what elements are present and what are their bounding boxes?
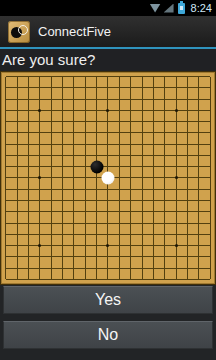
- intersection[interactable]: [11, 251, 22, 262]
- intersection[interactable]: [114, 172, 125, 183]
- intersection[interactable]: [193, 116, 204, 127]
- intersection[interactable]: [0, 172, 11, 183]
- intersection[interactable]: [136, 127, 147, 138]
- intersection[interactable]: [34, 184, 45, 195]
- intersection[interactable]: [34, 82, 45, 93]
- intersection[interactable]: [114, 262, 125, 273]
- intersection[interactable]: [45, 116, 56, 127]
- intersection[interactable]: [34, 229, 45, 240]
- intersection[interactable]: [125, 195, 136, 206]
- intersection[interactable]: [34, 105, 45, 116]
- intersection[interactable]: [34, 217, 45, 228]
- intersection[interactable]: [159, 184, 170, 195]
- intersection[interactable]: [171, 217, 182, 228]
- intersection[interactable]: [57, 71, 68, 82]
- intersection[interactable]: [91, 116, 102, 127]
- intersection[interactable]: [148, 262, 159, 273]
- intersection[interactable]: [80, 150, 91, 161]
- intersection[interactable]: [91, 105, 102, 116]
- intersection[interactable]: [193, 94, 204, 105]
- intersection[interactable]: [11, 105, 22, 116]
- intersection[interactable]: [148, 251, 159, 262]
- intersection[interactable]: [171, 161, 182, 172]
- intersection[interactable]: [57, 139, 68, 150]
- intersection[interactable]: [205, 274, 216, 285]
- intersection[interactable]: [45, 105, 56, 116]
- intersection[interactable]: [0, 217, 11, 228]
- intersection[interactable]: [205, 94, 216, 105]
- intersection[interactable]: [136, 274, 147, 285]
- intersection[interactable]: [171, 82, 182, 93]
- intersection[interactable]: [136, 206, 147, 217]
- intersection[interactable]: [182, 71, 193, 82]
- intersection[interactable]: [80, 240, 91, 251]
- intersection[interactable]: [34, 195, 45, 206]
- intersection[interactable]: [205, 139, 216, 150]
- intersection[interactable]: [91, 251, 102, 262]
- intersection[interactable]: [125, 172, 136, 183]
- intersection[interactable]: [125, 217, 136, 228]
- intersection[interactable]: [57, 94, 68, 105]
- intersection[interactable]: [136, 71, 147, 82]
- intersection[interactable]: [159, 229, 170, 240]
- intersection[interactable]: [68, 94, 79, 105]
- intersection[interactable]: [80, 251, 91, 262]
- intersection[interactable]: [91, 82, 102, 93]
- intersection[interactable]: [102, 262, 113, 273]
- intersection[interactable]: [182, 240, 193, 251]
- intersection[interactable]: [11, 229, 22, 240]
- intersection[interactable]: [0, 150, 11, 161]
- intersection[interactable]: [182, 206, 193, 217]
- intersection[interactable]: [34, 71, 45, 82]
- intersection[interactable]: [34, 251, 45, 262]
- intersection[interactable]: [0, 229, 11, 240]
- intersection[interactable]: [34, 274, 45, 285]
- intersection[interactable]: [136, 150, 147, 161]
- intersection[interactable]: [125, 206, 136, 217]
- intersection[interactable]: [68, 127, 79, 138]
- intersection[interactable]: [125, 251, 136, 262]
- intersection[interactable]: [114, 240, 125, 251]
- intersection[interactable]: [57, 172, 68, 183]
- intersection[interactable]: [125, 105, 136, 116]
- intersection[interactable]: [125, 229, 136, 240]
- intersection[interactable]: [159, 82, 170, 93]
- intersection[interactable]: [34, 172, 45, 183]
- intersection[interactable]: [45, 94, 56, 105]
- intersection[interactable]: [57, 262, 68, 273]
- intersection[interactable]: [182, 274, 193, 285]
- intersection[interactable]: [125, 71, 136, 82]
- intersection[interactable]: [11, 139, 22, 150]
- intersection[interactable]: [171, 251, 182, 262]
- intersection[interactable]: [68, 206, 79, 217]
- intersection[interactable]: [0, 240, 11, 251]
- intersection[interactable]: [45, 206, 56, 217]
- intersection[interactable]: [193, 195, 204, 206]
- intersection[interactable]: [11, 195, 22, 206]
- intersection[interactable]: [68, 217, 79, 228]
- intersection[interactable]: [159, 195, 170, 206]
- intersection[interactable]: [148, 229, 159, 240]
- intersection[interactable]: [114, 94, 125, 105]
- intersection[interactable]: [102, 195, 113, 206]
- yes-button[interactable]: Yes: [3, 286, 213, 314]
- intersection[interactable]: [193, 206, 204, 217]
- intersection[interactable]: [193, 82, 204, 93]
- intersection[interactable]: [159, 71, 170, 82]
- intersection[interactable]: [11, 240, 22, 251]
- intersection[interactable]: [102, 240, 113, 251]
- intersection[interactable]: [205, 229, 216, 240]
- intersection[interactable]: [171, 94, 182, 105]
- intersection[interactable]: [114, 251, 125, 262]
- intersection[interactable]: [0, 82, 11, 93]
- intersection[interactable]: [171, 71, 182, 82]
- intersection[interactable]: [45, 217, 56, 228]
- intersection[interactable]: [0, 161, 11, 172]
- intersection[interactable]: [193, 217, 204, 228]
- intersection[interactable]: [91, 71, 102, 82]
- intersection[interactable]: [23, 184, 34, 195]
- intersection[interactable]: [11, 217, 22, 228]
- intersection[interactable]: [91, 184, 102, 195]
- intersection[interactable]: [57, 184, 68, 195]
- intersection[interactable]: [11, 94, 22, 105]
- intersection[interactable]: [102, 71, 113, 82]
- intersection[interactable]: [136, 139, 147, 150]
- intersection[interactable]: [91, 206, 102, 217]
- intersection[interactable]: [114, 184, 125, 195]
- intersection[interactable]: [171, 195, 182, 206]
- intersection[interactable]: [182, 161, 193, 172]
- intersection[interactable]: [171, 240, 182, 251]
- no-button[interactable]: No: [3, 321, 213, 349]
- intersection[interactable]: [57, 251, 68, 262]
- intersection[interactable]: [91, 274, 102, 285]
- intersection[interactable]: [68, 71, 79, 82]
- intersection[interactable]: [68, 172, 79, 183]
- intersection[interactable]: [182, 150, 193, 161]
- intersection[interactable]: [102, 94, 113, 105]
- intersection[interactable]: [125, 127, 136, 138]
- intersection[interactable]: [114, 116, 125, 127]
- intersection[interactable]: [148, 105, 159, 116]
- intersection[interactable]: [91, 139, 102, 150]
- intersection[interactable]: [205, 116, 216, 127]
- intersection[interactable]: [0, 116, 11, 127]
- intersection[interactable]: [0, 184, 11, 195]
- intersection[interactable]: [11, 82, 22, 93]
- intersection[interactable]: [23, 274, 34, 285]
- intersection[interactable]: [159, 274, 170, 285]
- intersection[interactable]: [11, 71, 22, 82]
- intersection[interactable]: [68, 161, 79, 172]
- intersection[interactable]: [23, 206, 34, 217]
- intersection[interactable]: [136, 105, 147, 116]
- intersection[interactable]: [57, 274, 68, 285]
- intersection[interactable]: [91, 240, 102, 251]
- intersection[interactable]: [80, 82, 91, 93]
- intersection[interactable]: [114, 82, 125, 93]
- intersection[interactable]: [159, 240, 170, 251]
- intersection[interactable]: [148, 127, 159, 138]
- intersection[interactable]: [159, 206, 170, 217]
- intersection[interactable]: [91, 229, 102, 240]
- intersection[interactable]: [80, 262, 91, 273]
- intersection[interactable]: [159, 94, 170, 105]
- intersection[interactable]: [205, 184, 216, 195]
- intersection[interactable]: [136, 184, 147, 195]
- intersection[interactable]: [23, 127, 34, 138]
- intersection[interactable]: [68, 82, 79, 93]
- intersection[interactable]: [114, 127, 125, 138]
- intersection[interactable]: [148, 139, 159, 150]
- intersection[interactable]: [193, 127, 204, 138]
- intersection[interactable]: [45, 71, 56, 82]
- intersection[interactable]: [11, 274, 22, 285]
- intersection[interactable]: [68, 240, 79, 251]
- intersection[interactable]: [205, 217, 216, 228]
- intersection[interactable]: [114, 105, 125, 116]
- intersection[interactable]: [34, 161, 45, 172]
- intersection[interactable]: [102, 139, 113, 150]
- intersection[interactable]: [159, 127, 170, 138]
- intersection[interactable]: [23, 71, 34, 82]
- intersection[interactable]: [159, 139, 170, 150]
- intersection[interactable]: [114, 217, 125, 228]
- intersection[interactable]: [80, 94, 91, 105]
- intersection[interactable]: [34, 150, 45, 161]
- intersection[interactable]: [182, 195, 193, 206]
- intersection[interactable]: [0, 195, 11, 206]
- intersection[interactable]: [45, 139, 56, 150]
- intersection[interactable]: [11, 150, 22, 161]
- intersection[interactable]: [57, 240, 68, 251]
- intersection[interactable]: [171, 229, 182, 240]
- intersection[interactable]: [125, 82, 136, 93]
- intersection[interactable]: [23, 195, 34, 206]
- intersection[interactable]: [148, 274, 159, 285]
- intersection[interactable]: [171, 262, 182, 273]
- intersection[interactable]: [193, 172, 204, 183]
- intersection[interactable]: [171, 105, 182, 116]
- intersection[interactable]: [159, 217, 170, 228]
- intersection[interactable]: [182, 262, 193, 273]
- intersection[interactable]: [171, 127, 182, 138]
- intersection[interactable]: [11, 206, 22, 217]
- intersection[interactable]: [136, 262, 147, 273]
- intersection[interactable]: [193, 139, 204, 150]
- intersection[interactable]: [193, 161, 204, 172]
- intersection[interactable]: [182, 251, 193, 262]
- intersection[interactable]: [125, 161, 136, 172]
- intersection[interactable]: [205, 195, 216, 206]
- intersection[interactable]: [114, 139, 125, 150]
- intersection[interactable]: [125, 116, 136, 127]
- intersection[interactable]: [45, 229, 56, 240]
- intersection[interactable]: [171, 150, 182, 161]
- intersection[interactable]: [136, 240, 147, 251]
- intersection[interactable]: [68, 116, 79, 127]
- intersection[interactable]: [102, 184, 113, 195]
- intersection[interactable]: [34, 94, 45, 105]
- intersection[interactable]: [114, 71, 125, 82]
- intersection[interactable]: [68, 195, 79, 206]
- intersection[interactable]: [205, 206, 216, 217]
- intersection[interactable]: [23, 251, 34, 262]
- intersection[interactable]: [80, 195, 91, 206]
- intersection[interactable]: [136, 251, 147, 262]
- intersection[interactable]: [136, 94, 147, 105]
- intersection[interactable]: [114, 150, 125, 161]
- intersection[interactable]: [91, 262, 102, 273]
- intersection[interactable]: [91, 217, 102, 228]
- intersection[interactable]: [159, 105, 170, 116]
- intersection[interactable]: [80, 229, 91, 240]
- intersection[interactable]: [136, 217, 147, 228]
- intersection[interactable]: [68, 229, 79, 240]
- intersection[interactable]: [45, 274, 56, 285]
- intersection[interactable]: [159, 262, 170, 273]
- intersection[interactable]: [23, 161, 34, 172]
- intersection[interactable]: [91, 127, 102, 138]
- intersection[interactable]: [80, 217, 91, 228]
- intersection[interactable]: [91, 195, 102, 206]
- intersection[interactable]: [148, 206, 159, 217]
- intersection[interactable]: [148, 150, 159, 161]
- intersection[interactable]: [11, 116, 22, 127]
- intersection[interactable]: [171, 274, 182, 285]
- intersection[interactable]: [57, 161, 68, 172]
- intersection[interactable]: [11, 161, 22, 172]
- intersection[interactable]: [45, 82, 56, 93]
- intersection[interactable]: [45, 184, 56, 195]
- intersection[interactable]: [102, 217, 113, 228]
- intersection[interactable]: [125, 262, 136, 273]
- intersection[interactable]: [102, 251, 113, 262]
- intersection[interactable]: [182, 217, 193, 228]
- intersection[interactable]: [125, 184, 136, 195]
- intersection[interactable]: [80, 184, 91, 195]
- intersection[interactable]: [23, 229, 34, 240]
- intersection[interactable]: [171, 172, 182, 183]
- intersection[interactable]: [125, 94, 136, 105]
- intersection[interactable]: [80, 274, 91, 285]
- board[interactable]: [0, 71, 216, 285]
- intersection[interactable]: [182, 127, 193, 138]
- intersection[interactable]: [57, 206, 68, 217]
- intersection[interactable]: [34, 206, 45, 217]
- intersection[interactable]: [23, 139, 34, 150]
- intersection[interactable]: [0, 262, 11, 273]
- intersection[interactable]: [193, 229, 204, 240]
- intersection[interactable]: [205, 82, 216, 93]
- intersection[interactable]: [45, 262, 56, 273]
- intersection[interactable]: [0, 274, 11, 285]
- intersection[interactable]: [193, 105, 204, 116]
- intersection[interactable]: [57, 127, 68, 138]
- intersection[interactable]: [102, 116, 113, 127]
- intersection[interactable]: [159, 172, 170, 183]
- intersection[interactable]: [11, 184, 22, 195]
- intersection[interactable]: [205, 172, 216, 183]
- intersection[interactable]: [182, 172, 193, 183]
- intersection[interactable]: [114, 161, 125, 172]
- intersection[interactable]: [23, 262, 34, 273]
- intersection[interactable]: [68, 251, 79, 262]
- intersection[interactable]: [23, 82, 34, 93]
- intersection[interactable]: [34, 262, 45, 273]
- intersection[interactable]: [159, 150, 170, 161]
- intersection[interactable]: [45, 150, 56, 161]
- intersection[interactable]: [193, 251, 204, 262]
- intersection[interactable]: [193, 184, 204, 195]
- intersection[interactable]: [148, 217, 159, 228]
- intersection[interactable]: [148, 82, 159, 93]
- intersection[interactable]: [0, 251, 11, 262]
- intersection[interactable]: [114, 195, 125, 206]
- intersection[interactable]: [148, 240, 159, 251]
- intersection[interactable]: [182, 229, 193, 240]
- intersection[interactable]: [23, 94, 34, 105]
- intersection[interactable]: [114, 229, 125, 240]
- intersection[interactable]: [80, 172, 91, 183]
- intersection[interactable]: [136, 82, 147, 93]
- intersection[interactable]: [205, 240, 216, 251]
- intersection[interactable]: [125, 240, 136, 251]
- intersection[interactable]: [34, 116, 45, 127]
- intersection[interactable]: [205, 161, 216, 172]
- intersection[interactable]: [57, 82, 68, 93]
- intersection[interactable]: [0, 71, 11, 82]
- intersection[interactable]: [57, 116, 68, 127]
- intersection[interactable]: [80, 139, 91, 150]
- intersection[interactable]: [148, 161, 159, 172]
- intersection[interactable]: [68, 262, 79, 273]
- intersection[interactable]: [148, 94, 159, 105]
- intersection[interactable]: [148, 116, 159, 127]
- intersection[interactable]: [205, 150, 216, 161]
- intersection[interactable]: [148, 71, 159, 82]
- intersection[interactable]: [182, 82, 193, 93]
- intersection[interactable]: [136, 229, 147, 240]
- intersection[interactable]: [80, 127, 91, 138]
- intersection[interactable]: [193, 240, 204, 251]
- intersection[interactable]: [11, 127, 22, 138]
- intersection[interactable]: [23, 240, 34, 251]
- intersection[interactable]: [0, 139, 11, 150]
- intersection[interactable]: [148, 195, 159, 206]
- intersection[interactable]: [102, 150, 113, 161]
- intersection[interactable]: [114, 274, 125, 285]
- intersection[interactable]: [125, 150, 136, 161]
- board-grid[interactable]: [0, 71, 216, 285]
- intersection[interactable]: [68, 274, 79, 285]
- intersection[interactable]: [125, 274, 136, 285]
- intersection[interactable]: [102, 172, 113, 183]
- intersection[interactable]: [68, 150, 79, 161]
- intersection[interactable]: [182, 184, 193, 195]
- intersection[interactable]: [80, 105, 91, 116]
- intersection[interactable]: [0, 127, 11, 138]
- intersection[interactable]: [136, 195, 147, 206]
- intersection[interactable]: [45, 251, 56, 262]
- intersection[interactable]: [68, 105, 79, 116]
- intersection[interactable]: [171, 116, 182, 127]
- intersection[interactable]: [91, 161, 102, 172]
